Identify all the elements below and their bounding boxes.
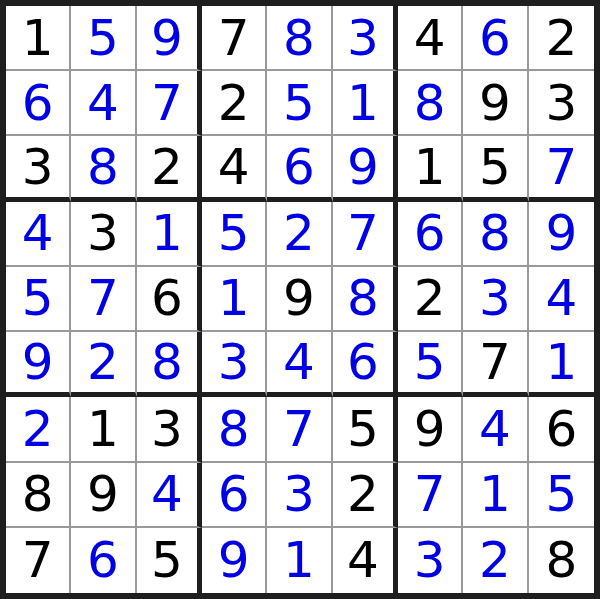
- sudoku-cell-r9c3[interactable]: 5: [137, 528, 202, 593]
- sudoku-cell-r7c6[interactable]: 5: [333, 397, 398, 462]
- sudoku-cell-r8c6[interactable]: 2: [333, 463, 398, 528]
- sudoku-cell-r2c2[interactable]: 4: [71, 71, 136, 136]
- sudoku-cell-r4c4[interactable]: 5: [202, 202, 267, 267]
- sudoku-cell-r3c6[interactable]: 9: [333, 136, 398, 201]
- sudoku-cell-r6c7[interactable]: 5: [398, 332, 463, 397]
- sudoku-cell-r9c7[interactable]: 3: [398, 528, 463, 593]
- sudoku-cell-r6c2[interactable]: 2: [71, 332, 136, 397]
- sudoku-cell-r5c6[interactable]: 8: [333, 267, 398, 332]
- sudoku-cell-r6c3[interactable]: 8: [137, 332, 202, 397]
- sudoku-cell-r5c3[interactable]: 6: [137, 267, 202, 332]
- sudoku-cell-r8c2[interactable]: 9: [71, 463, 136, 528]
- sudoku-cell-r5c1[interactable]: 5: [6, 267, 71, 332]
- sudoku-cell-r1c8[interactable]: 6: [463, 6, 528, 71]
- sudoku-cell-r3c2[interactable]: 8: [71, 136, 136, 201]
- sudoku-cell-r5c9[interactable]: 4: [529, 267, 594, 332]
- sudoku-cell-r2c3[interactable]: 7: [137, 71, 202, 136]
- sudoku-cell-r1c2[interactable]: 5: [71, 6, 136, 71]
- sudoku-cell-r2c5[interactable]: 5: [267, 71, 332, 136]
- sudoku-cell-r7c8[interactable]: 4: [463, 397, 528, 462]
- sudoku-cell-r1c9[interactable]: 2: [529, 6, 594, 71]
- sudoku-cell-r7c4[interactable]: 8: [202, 397, 267, 462]
- sudoku-cell-r3c7[interactable]: 1: [398, 136, 463, 201]
- sudoku-cell-r9c9[interactable]: 8: [529, 528, 594, 593]
- sudoku-cell-r1c6[interactable]: 3: [333, 6, 398, 71]
- sudoku-cell-r2c8[interactable]: 9: [463, 71, 528, 136]
- sudoku-cell-r8c9[interactable]: 5: [529, 463, 594, 528]
- sudoku-cell-r5c5[interactable]: 9: [267, 267, 332, 332]
- sudoku-cell-r3c4[interactable]: 4: [202, 136, 267, 201]
- sudoku-cell-r6c6[interactable]: 6: [333, 332, 398, 397]
- sudoku-cell-r8c1[interactable]: 8: [6, 463, 71, 528]
- sudoku-cell-r8c7[interactable]: 7: [398, 463, 463, 528]
- sudoku-board: 1597834626472518933824691574315276895761…: [0, 0, 600, 599]
- sudoku-cell-r5c2[interactable]: 7: [71, 267, 136, 332]
- sudoku-cell-r8c4[interactable]: 6: [202, 463, 267, 528]
- sudoku-cell-r6c9[interactable]: 1: [529, 332, 594, 397]
- sudoku-cell-r4c5[interactable]: 2: [267, 202, 332, 267]
- sudoku-cell-r7c9[interactable]: 6: [529, 397, 594, 462]
- sudoku-cell-r6c4[interactable]: 3: [202, 332, 267, 397]
- sudoku-cell-r7c1[interactable]: 2: [6, 397, 71, 462]
- sudoku-cell-r7c2[interactable]: 1: [71, 397, 136, 462]
- sudoku-cell-r2c9[interactable]: 3: [529, 71, 594, 136]
- sudoku-cell-r2c1[interactable]: 6: [6, 71, 71, 136]
- sudoku-cell-r1c3[interactable]: 9: [137, 6, 202, 71]
- sudoku-cell-r6c5[interactable]: 4: [267, 332, 332, 397]
- sudoku-cell-r8c8[interactable]: 1: [463, 463, 528, 528]
- sudoku-cell-r1c1[interactable]: 1: [6, 6, 71, 71]
- sudoku-cell-r4c2[interactable]: 3: [71, 202, 136, 267]
- sudoku-cell-r4c8[interactable]: 8: [463, 202, 528, 267]
- sudoku-cell-r7c7[interactable]: 9: [398, 397, 463, 462]
- sudoku-cell-r1c5[interactable]: 8: [267, 6, 332, 71]
- sudoku-cell-r9c8[interactable]: 2: [463, 528, 528, 593]
- sudoku-cell-r6c1[interactable]: 9: [6, 332, 71, 397]
- sudoku-cell-r9c5[interactable]: 1: [267, 528, 332, 593]
- sudoku-cell-r1c4[interactable]: 7: [202, 6, 267, 71]
- sudoku-cell-r4c3[interactable]: 1: [137, 202, 202, 267]
- sudoku-cell-r1c7[interactable]: 4: [398, 6, 463, 71]
- sudoku-cell-r4c7[interactable]: 6: [398, 202, 463, 267]
- sudoku-cell-r9c2[interactable]: 6: [71, 528, 136, 593]
- sudoku-cell-r7c3[interactable]: 3: [137, 397, 202, 462]
- sudoku-cell-r2c4[interactable]: 2: [202, 71, 267, 136]
- sudoku-cell-r4c1[interactable]: 4: [6, 202, 71, 267]
- sudoku-cell-r3c5[interactable]: 6: [267, 136, 332, 201]
- sudoku-cell-r3c3[interactable]: 2: [137, 136, 202, 201]
- sudoku-cell-r9c4[interactable]: 9: [202, 528, 267, 593]
- sudoku-cell-r8c5[interactable]: 3: [267, 463, 332, 528]
- sudoku-cell-r9c6[interactable]: 4: [333, 528, 398, 593]
- sudoku-cell-r7c5[interactable]: 7: [267, 397, 332, 462]
- sudoku-cell-r3c9[interactable]: 7: [529, 136, 594, 201]
- sudoku-cell-r5c8[interactable]: 3: [463, 267, 528, 332]
- sudoku-cell-r3c8[interactable]: 5: [463, 136, 528, 201]
- sudoku-cell-r3c1[interactable]: 3: [6, 136, 71, 201]
- sudoku-cell-r4c6[interactable]: 7: [333, 202, 398, 267]
- sudoku-cell-r5c7[interactable]: 2: [398, 267, 463, 332]
- sudoku-cell-r4c9[interactable]: 9: [529, 202, 594, 267]
- sudoku-cell-r9c1[interactable]: 7: [6, 528, 71, 593]
- sudoku-cell-r2c6[interactable]: 1: [333, 71, 398, 136]
- sudoku-cell-r6c8[interactable]: 7: [463, 332, 528, 397]
- sudoku-cell-r2c7[interactable]: 8: [398, 71, 463, 136]
- sudoku-cell-r5c4[interactable]: 1: [202, 267, 267, 332]
- sudoku-cell-r8c3[interactable]: 4: [137, 463, 202, 528]
